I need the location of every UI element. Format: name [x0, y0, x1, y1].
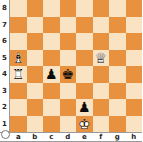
white-bishop-outline: ♗ — [10, 50, 27, 67]
square-e4[interactable] — [76, 66, 93, 83]
square-f5[interactable]: ♛♕ — [93, 50, 110, 67]
square-g7[interactable] — [109, 17, 126, 34]
file-label-c: c — [43, 133, 60, 141]
square-g3[interactable] — [109, 83, 126, 100]
white-rook-icon[interactable]: ♜♖ — [10, 66, 27, 83]
file-strip: abcdefgh — [0, 132, 142, 142]
file-label-f: f — [93, 133, 110, 141]
square-b1[interactable] — [27, 116, 44, 133]
rank-label-8: 8 — [0, 0, 9, 17]
square-g6[interactable] — [109, 33, 126, 50]
square-c6[interactable] — [43, 33, 60, 50]
square-a2[interactable] — [10, 99, 27, 116]
file-label-g: g — [109, 133, 126, 141]
square-c8[interactable] — [43, 0, 60, 17]
rank-label-7: 7 — [0, 17, 9, 34]
square-a6[interactable] — [10, 33, 27, 50]
square-d3[interactable] — [60, 83, 77, 100]
black-pawn-icon[interactable]: ♟ — [43, 66, 60, 83]
file-labels: abcdefgh — [10, 133, 142, 141]
rank-labels: 87654321 — [0, 0, 10, 132]
black-pawn-glyph: ♟ — [43, 66, 60, 83]
rank-label-6: 6 — [0, 33, 9, 50]
square-h7[interactable] — [126, 17, 143, 34]
square-f4[interactable] — [93, 66, 110, 83]
square-b5[interactable] — [27, 50, 44, 67]
square-c4[interactable]: ♟ — [43, 66, 60, 83]
square-c2[interactable] — [43, 99, 60, 116]
square-f8[interactable] — [93, 0, 110, 17]
white-queen-icon[interactable]: ♛♕ — [93, 50, 110, 67]
square-f1[interactable] — [93, 116, 110, 133]
white-rook-outline: ♖ — [10, 66, 27, 83]
square-h8[interactable] — [126, 0, 143, 17]
black-king-icon[interactable]: ♚ — [60, 66, 77, 83]
square-a1[interactable] — [10, 116, 27, 133]
white-queen-outline: ♕ — [93, 50, 110, 67]
square-a4[interactable]: ♜♖ — [10, 66, 27, 83]
white-bishop-icon[interactable]: ♝♗ — [10, 50, 27, 67]
square-e6[interactable] — [76, 33, 93, 50]
square-e8[interactable] — [76, 0, 93, 17]
file-label-h: h — [126, 133, 143, 141]
square-d1[interactable] — [60, 116, 77, 133]
square-e3[interactable] — [76, 83, 93, 100]
square-e7[interactable] — [76, 17, 93, 34]
square-c1[interactable] — [43, 116, 60, 133]
square-c3[interactable] — [43, 83, 60, 100]
square-g4[interactable] — [109, 66, 126, 83]
white-king-outline: ♔ — [76, 116, 93, 133]
square-g8[interactable] — [109, 0, 126, 17]
black-pawn-glyph: ♟ — [76, 99, 93, 116]
square-f2[interactable] — [93, 99, 110, 116]
chess-board: ♝♗♛♕♜♖♟♚♟♚♔ — [10, 0, 142, 132]
square-e5[interactable] — [76, 50, 93, 67]
black-king-glyph: ♚ — [60, 66, 77, 83]
square-d7[interactable] — [60, 17, 77, 34]
square-h6[interactable] — [126, 33, 143, 50]
square-f3[interactable] — [93, 83, 110, 100]
file-label-b: b — [27, 133, 44, 141]
side-to-move-indicator — [1, 130, 10, 139]
square-b2[interactable] — [27, 99, 44, 116]
square-h2[interactable] — [126, 99, 143, 116]
square-a7[interactable] — [10, 17, 27, 34]
chess-diagram: 87654321 ♝♗♛♕♜♖♟♚♟♚♔ abcdefgh — [0, 0, 142, 142]
square-a3[interactable] — [10, 83, 27, 100]
square-h4[interactable] — [126, 66, 143, 83]
square-a8[interactable] — [10, 0, 27, 17]
square-d8[interactable] — [60, 0, 77, 17]
white-king-icon[interactable]: ♚♔ — [76, 116, 93, 133]
square-h3[interactable] — [126, 83, 143, 100]
square-b6[interactable] — [27, 33, 44, 50]
file-label-a: a — [10, 133, 27, 141]
square-d2[interactable] — [60, 99, 77, 116]
square-g5[interactable] — [109, 50, 126, 67]
file-label-d: d — [60, 133, 77, 141]
square-h5[interactable] — [126, 50, 143, 67]
file-label-e: e — [76, 133, 93, 141]
square-c5[interactable] — [43, 50, 60, 67]
square-h1[interactable] — [126, 116, 143, 133]
square-e2[interactable]: ♟ — [76, 99, 93, 116]
square-d5[interactable] — [60, 50, 77, 67]
square-d6[interactable] — [60, 33, 77, 50]
rank-label-4: 4 — [0, 66, 9, 83]
square-e1[interactable]: ♚♔ — [76, 116, 93, 133]
rank-label-5: 5 — [0, 50, 9, 67]
square-a5[interactable]: ♝♗ — [10, 50, 27, 67]
square-c7[interactable] — [43, 17, 60, 34]
rank-label-3: 3 — [0, 83, 9, 100]
square-f6[interactable] — [93, 33, 110, 50]
square-b8[interactable] — [27, 0, 44, 17]
square-b3[interactable] — [27, 83, 44, 100]
square-g1[interactable] — [109, 116, 126, 133]
black-pawn-icon[interactable]: ♟ — [76, 99, 93, 116]
square-b7[interactable] — [27, 17, 44, 34]
square-d4[interactable]: ♚ — [60, 66, 77, 83]
square-b4[interactable] — [27, 66, 44, 83]
square-g2[interactable] — [109, 99, 126, 116]
rank-label-2: 2 — [0, 99, 9, 116]
square-f7[interactable] — [93, 17, 110, 34]
